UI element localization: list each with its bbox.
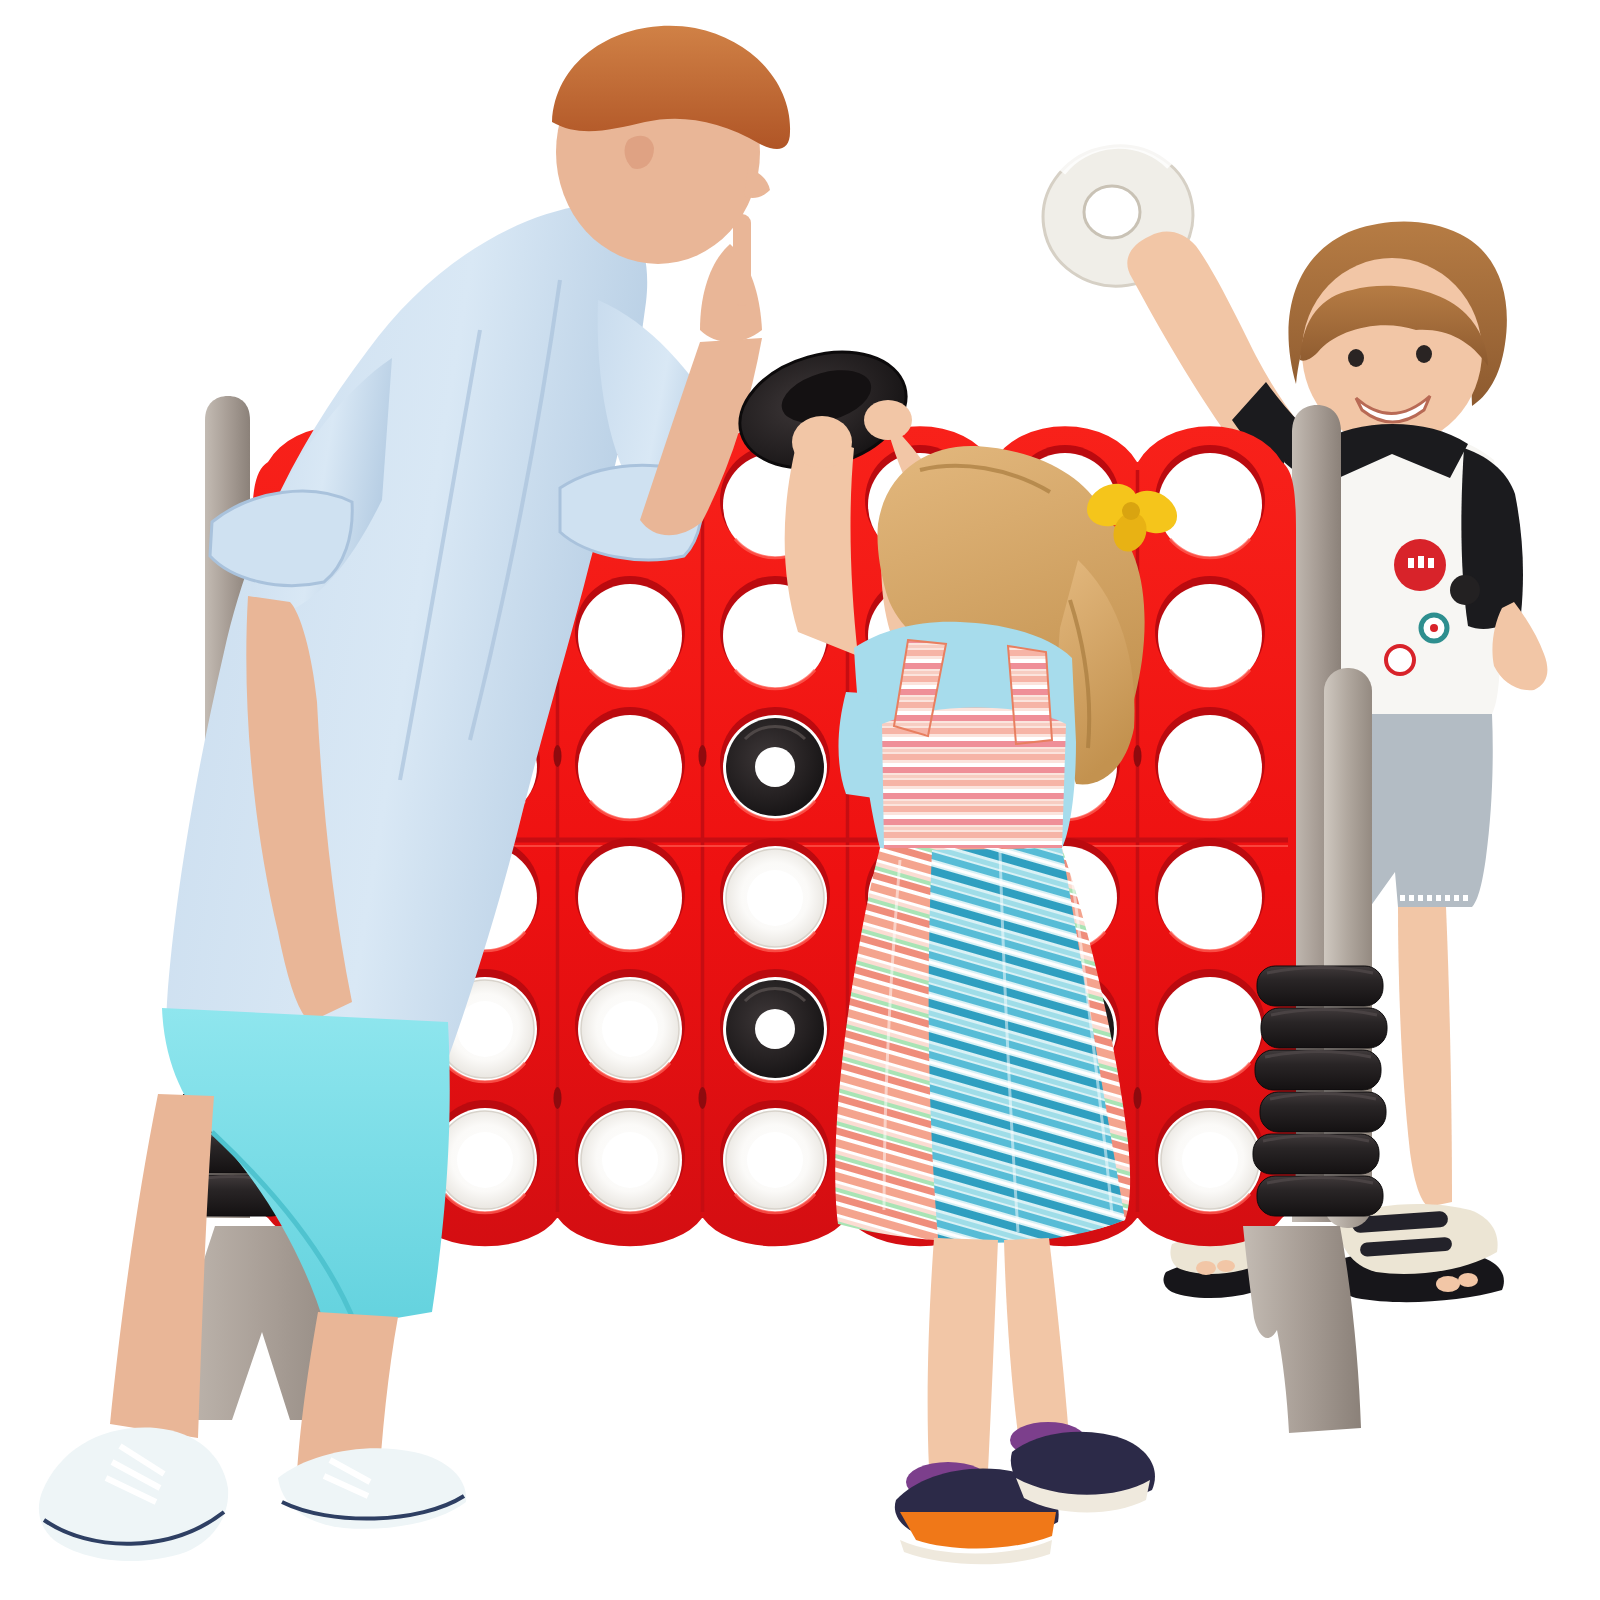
man-hand-shush [700,244,762,342]
boy-badge-black [1450,575,1480,605]
seam-connector-hole [1134,1087,1142,1109]
man-shoe-back [39,1428,228,1561]
scene [0,0,1600,1600]
cell-r2-c3 [575,576,685,689]
cell-r4-c4 [720,838,830,951]
girl-hand-left [792,416,852,468]
stacked-black-disc [1261,1008,1387,1048]
cell-r4-c3 [575,838,685,951]
stacked-black-disc [1257,1176,1383,1216]
seam-connector-hole [1134,745,1142,767]
girl-leg-left [928,1238,998,1471]
boy-forearm [1492,602,1547,690]
man-finger [733,214,751,306]
boy-badge-target [1386,646,1414,674]
cell-r2-c7 [1155,576,1265,689]
connect-four-photo [0,0,1600,1600]
cell-r6-c4 [720,1100,830,1213]
seam-connector-hole [699,1087,707,1109]
girl-pinafore-strap-right [1008,646,1052,744]
man-leg-back [110,1094,214,1438]
cell-r4-c7 [1155,838,1265,951]
cell-r3-c3 [575,707,685,820]
cell-r3-c7 [1155,707,1265,820]
girl-hand-right [864,400,912,440]
man-nose [744,168,770,198]
girl-shoe-front [1010,1422,1155,1513]
stacked-black-disc [1253,1134,1379,1174]
stacked-black-disc [1257,966,1383,1006]
seam-connector-hole [554,745,562,767]
girl-leg-right [1004,1238,1069,1442]
cell-r1-c7 [1155,445,1265,558]
cell-r6-c3 [575,1100,685,1213]
seam-connector-hole [699,745,707,767]
boy-badge-teal-dot [1430,624,1438,632]
right-foot [1243,1226,1361,1433]
stacked-black-disc [1260,1092,1386,1132]
stacked-black-disc [1255,1050,1381,1090]
cell-r5-c3 [575,969,685,1082]
boy-eye-left [1348,349,1364,367]
cell-r6-c7 [1155,1100,1265,1213]
boy-leg-right [1398,907,1452,1207]
cell-r5-c7 [1155,969,1265,1082]
boy-eye-right [1416,345,1432,363]
cell-r5-c4 [720,969,830,1082]
cell-r3-c4 [720,707,830,820]
seam-connector-hole [554,1087,562,1109]
